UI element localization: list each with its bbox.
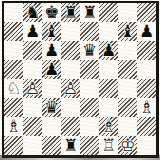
square-b2 [23,117,42,136]
square-b5 [23,60,42,79]
scanned-chess-diagram: ♞♞♚♚♜♜♜♜♟♟♝♝♝♝♟♟♟♟♛♛♟♟♟♟♞♘♟♙♟♙♛♛♝♗♝♗♝♗♜♜… [0,0,160,160]
square-a4: ♞♘ [4,79,23,98]
square-e4 [80,79,99,98]
black-pawn-piece: ♟♟ [137,22,156,41]
square-h2 [137,117,156,136]
square-d2 [61,117,80,136]
square-a2: ♝♗ [4,117,23,136]
square-h7: ♟♟ [137,22,156,41]
square-d1: ♜♜ [61,136,80,155]
square-e1 [80,136,99,155]
square-g4 [118,79,137,98]
black-queen-piece: ♛♛ [42,98,61,117]
square-e2 [80,117,99,136]
square-c3: ♛♛ [42,98,61,117]
square-h8 [137,3,156,22]
square-g5 [118,60,137,79]
square-b7: ♟♟ [23,22,42,41]
black-bishop-piece: ♝♝ [118,22,137,41]
white-bishop-piece: ♝♗ [4,117,23,136]
white-rook-piece: ♜♖ [99,136,118,155]
black-pawn-piece: ♟♟ [23,22,42,41]
square-f2: ♝♗ [99,117,118,136]
square-b6 [23,41,42,60]
square-a6 [4,41,23,60]
black-rook-piece: ♜♜ [80,3,99,22]
square-d6 [61,41,80,60]
square-f4 [99,79,118,98]
square-g7: ♝♝ [118,22,137,41]
square-d8: ♜♜ [61,3,80,22]
square-c7: ♝♝ [42,22,61,41]
square-b3 [23,98,42,117]
black-king-piece: ♚♚ [42,3,61,22]
square-d7 [61,22,80,41]
square-e6: ♛♛ [80,41,99,60]
square-e8: ♜♜ [80,3,99,22]
square-d4: ♟♙ [61,79,80,98]
square-a7 [4,22,23,41]
square-c2 [42,117,61,136]
square-c4 [42,79,61,98]
white-bishop-piece: ♝♗ [137,98,156,117]
square-b8: ♞♞ [23,3,42,22]
square-g1: ♚♔ [118,136,137,155]
square-e7 [80,22,99,41]
square-f3 [99,98,118,117]
square-c5: ♟♟ [42,60,61,79]
square-h1 [137,136,156,155]
scan-smudge-bottom [0,155,160,160]
square-h3: ♝♗ [137,98,156,117]
square-a3 [4,98,23,117]
square-f1: ♜♖ [99,136,118,155]
black-bishop-piece: ♝♝ [42,22,61,41]
square-d3 [61,98,80,117]
square-f5 [99,60,118,79]
square-e5 [80,60,99,79]
white-pawn-piece: ♟♙ [61,79,80,98]
square-d5 [61,60,80,79]
square-c1 [42,136,61,155]
square-h6 [137,41,156,60]
square-h4 [137,79,156,98]
square-h5 [137,60,156,79]
white-king-piece: ♚♔ [118,136,137,155]
white-knight-piece: ♞♘ [4,79,23,98]
square-f8 [99,3,118,22]
black-knight-piece: ♞♞ [23,3,42,22]
square-b4: ♟♙ [23,79,42,98]
black-pawn-piece: ♟♟ [42,41,61,60]
square-f7 [99,22,118,41]
square-a8 [4,3,23,22]
chess-board: ♞♞♚♚♜♜♜♜♟♟♝♝♝♝♟♟♟♟♛♛♟♟♟♟♞♘♟♙♟♙♛♛♝♗♝♗♝♗♜♜… [2,1,159,158]
square-a1 [4,136,23,155]
white-bishop-piece: ♝♗ [99,117,118,136]
black-pawn-piece: ♟♟ [42,60,61,79]
square-g6 [118,41,137,60]
black-rook-piece: ♜♜ [61,136,80,155]
square-a5 [4,60,23,79]
square-g3 [118,98,137,117]
square-g2 [118,117,137,136]
black-pawn-piece: ♟♟ [99,41,118,60]
square-c6: ♟♟ [42,41,61,60]
white-pawn-piece: ♟♙ [23,79,42,98]
square-f6: ♟♟ [99,41,118,60]
square-e3 [80,98,99,117]
square-b1 [23,136,42,155]
black-queen-piece: ♛♛ [80,41,99,60]
black-rook-piece: ♜♜ [61,3,80,22]
square-g8 [118,3,137,22]
square-c8: ♚♚ [42,3,61,22]
